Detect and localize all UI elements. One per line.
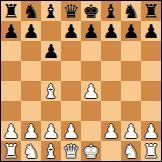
black-bishop: ♝ [42,1,59,21]
square-h8[interactable]: ♜ [141,1,161,21]
square-g2[interactable]: ♟ [121,121,141,141]
square-c1[interactable]: ♝ [41,141,61,161]
square-c5[interactable] [41,61,61,81]
square-e5[interactable] [81,61,101,81]
square-h6[interactable] [141,41,161,61]
black-pawn: ♟ [22,21,39,41]
square-e1[interactable]: ♚ [81,141,101,161]
white-knight: ♞ [22,141,39,161]
square-c3[interactable] [41,101,61,121]
square-a1[interactable]: ♜ [1,141,21,161]
square-d8[interactable]: ♛ [61,1,81,21]
square-e6[interactable] [81,41,101,61]
white-pawn: ♟ [2,121,19,141]
square-d3[interactable] [61,101,81,121]
square-h1[interactable]: ♜ [141,141,161,161]
square-f2[interactable]: ♟ [101,121,121,141]
white-pawn: ♟ [122,121,139,141]
white-pawn: ♟ [22,121,39,141]
black-rook: ♜ [2,1,19,21]
square-a8[interactable]: ♜ [1,1,21,21]
square-f1[interactable] [101,141,121,161]
square-e4[interactable]: ♟ [81,81,101,101]
black-pawn: ♟ [62,21,79,41]
square-a6[interactable] [1,41,21,61]
square-a5[interactable] [1,61,21,81]
square-f5[interactable] [101,61,121,81]
square-c2[interactable]: ♟ [41,121,61,141]
square-f6[interactable] [101,41,121,61]
white-knight: ♞ [122,141,139,161]
square-h4[interactable] [141,81,161,101]
square-g7[interactable]: ♟ [121,21,141,41]
square-e2[interactable] [81,121,101,141]
black-bishop: ♝ [102,1,119,21]
square-a3[interactable] [1,101,21,121]
square-e7[interactable]: ♟ [81,21,101,41]
square-b7[interactable]: ♟ [21,21,41,41]
square-f4[interactable] [101,81,121,101]
square-b3[interactable] [21,101,41,121]
white-rook: ♜ [2,141,19,161]
square-c8[interactable]: ♝ [41,1,61,21]
square-d2[interactable]: ♟ [61,121,81,141]
white-pawn: ♟ [82,81,99,101]
black-rook: ♜ [142,1,159,21]
square-a4[interactable] [1,81,21,101]
square-c4[interactable]: ♝ [41,81,61,101]
black-pawn: ♟ [42,41,59,61]
square-b6[interactable] [21,41,41,61]
black-pawn: ♟ [2,21,19,41]
white-pawn: ♟ [42,121,59,141]
square-g6[interactable] [121,41,141,61]
black-queen: ♛ [62,1,79,21]
square-g3[interactable] [121,101,141,121]
black-knight: ♞ [122,1,139,21]
white-bishop: ♝ [42,81,59,101]
white-king: ♚ [82,141,99,161]
square-c6[interactable]: ♟ [41,41,61,61]
black-pawn: ♟ [102,21,119,41]
square-a7[interactable]: ♟ [1,21,21,41]
square-d5[interactable] [61,61,81,81]
square-a2[interactable]: ♟ [1,121,21,141]
square-b5[interactable] [21,61,41,81]
square-f8[interactable]: ♝ [101,1,121,21]
square-d6[interactable] [61,41,81,61]
black-pawn: ♟ [82,21,99,41]
white-pawn: ♟ [62,121,79,141]
square-g4[interactable] [121,81,141,101]
square-c7[interactable] [41,21,61,41]
square-d4[interactable] [61,81,81,101]
black-king: ♚ [82,1,99,21]
square-g8[interactable]: ♞ [121,1,141,21]
square-e8[interactable]: ♚ [81,1,101,21]
white-pawn: ♟ [102,121,119,141]
square-f7[interactable]: ♟ [101,21,121,41]
square-h2[interactable]: ♟ [141,121,161,141]
black-pawn: ♟ [122,21,139,41]
square-b1[interactable]: ♞ [21,141,41,161]
square-b8[interactable]: ♞ [21,1,41,21]
square-h3[interactable] [141,101,161,121]
square-h5[interactable] [141,61,161,81]
black-pawn: ♟ [142,21,159,41]
square-e3[interactable] [81,101,101,121]
square-g5[interactable] [121,61,141,81]
square-d1[interactable]: ♛ [61,141,81,161]
square-d7[interactable]: ♟ [61,21,81,41]
square-g1[interactable]: ♞ [121,141,141,161]
square-b2[interactable]: ♟ [21,121,41,141]
white-bishop: ♝ [42,141,59,161]
white-rook: ♜ [142,141,159,161]
square-f3[interactable] [101,101,121,121]
white-queen: ♛ [62,141,79,161]
square-h7[interactable]: ♟ [141,21,161,41]
black-knight: ♞ [22,1,39,21]
white-pawn: ♟ [142,121,159,141]
chess-board: ♜♞♝♛♚♝♞♜♟♟♟♟♟♟♟♟♝♟♟♟♟♟♟♟♟♜♞♝♛♚♞♜ [0,0,162,162]
square-b4[interactable] [21,81,41,101]
